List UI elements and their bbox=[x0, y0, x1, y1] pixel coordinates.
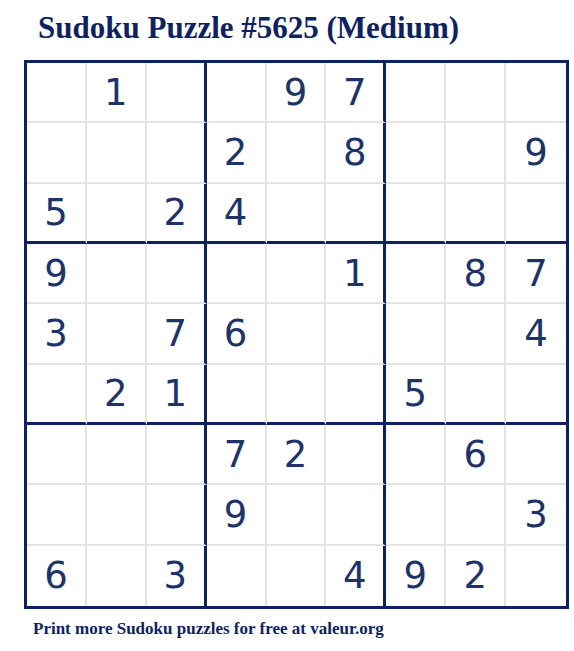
cell-r9c8: 2 bbox=[446, 546, 506, 606]
cell-r2c9: 9 bbox=[506, 123, 566, 183]
cell-r7c8: 6 bbox=[446, 425, 506, 485]
cell-r8c4: 9 bbox=[207, 485, 267, 545]
cell-r1c4 bbox=[207, 63, 267, 123]
cell-r7c7 bbox=[386, 425, 446, 485]
cell-r6c3: 1 bbox=[147, 365, 207, 425]
cell-r4c3 bbox=[147, 244, 207, 304]
cell-r8c7 bbox=[386, 485, 446, 545]
cell-r3c7 bbox=[386, 184, 446, 244]
cell-r7c6 bbox=[326, 425, 386, 485]
cell-r1c7 bbox=[386, 63, 446, 123]
cell-r4c4 bbox=[207, 244, 267, 304]
cell-r5c6 bbox=[326, 304, 386, 364]
cell-r4c7 bbox=[386, 244, 446, 304]
cell-r4c5 bbox=[267, 244, 327, 304]
cell-r6c9 bbox=[506, 365, 566, 425]
cell-r1c6: 7 bbox=[326, 63, 386, 123]
cell-r8c3 bbox=[147, 485, 207, 545]
page-title: Sudoku Puzzle #5625 (Medium) bbox=[38, 10, 459, 46]
cell-r7c4: 7 bbox=[207, 425, 267, 485]
cell-r9c6: 4 bbox=[326, 546, 386, 606]
cell-r9c2 bbox=[87, 546, 147, 606]
cell-r4c8: 8 bbox=[446, 244, 506, 304]
cell-r9c3: 3 bbox=[147, 546, 207, 606]
cell-r6c5 bbox=[267, 365, 327, 425]
cell-r1c8 bbox=[446, 63, 506, 123]
cell-r5c3: 7 bbox=[147, 304, 207, 364]
footer-credit: Print more Sudoku puzzles for free at va… bbox=[33, 619, 384, 639]
cell-r9c5 bbox=[267, 546, 327, 606]
cell-r4c2 bbox=[87, 244, 147, 304]
cell-r6c4 bbox=[207, 365, 267, 425]
cell-r2c3 bbox=[147, 123, 207, 183]
cell-r3c3: 2 bbox=[147, 184, 207, 244]
cell-r3c6 bbox=[326, 184, 386, 244]
cell-r2c8 bbox=[446, 123, 506, 183]
sudoku-board: 197289524918737642157269363492 bbox=[24, 60, 569, 609]
cell-r7c5: 2 bbox=[267, 425, 327, 485]
cell-r8c5 bbox=[267, 485, 327, 545]
cell-r3c8 bbox=[446, 184, 506, 244]
cell-r5c9: 4 bbox=[506, 304, 566, 364]
cell-r4c1: 9 bbox=[27, 244, 87, 304]
cell-r8c1 bbox=[27, 485, 87, 545]
cell-r3c2 bbox=[87, 184, 147, 244]
cell-r9c7: 9 bbox=[386, 546, 446, 606]
cell-r7c1 bbox=[27, 425, 87, 485]
cell-r4c6: 1 bbox=[326, 244, 386, 304]
cell-r7c3 bbox=[147, 425, 207, 485]
cell-r5c4: 6 bbox=[207, 304, 267, 364]
cell-r6c1 bbox=[27, 365, 87, 425]
cell-r3c5 bbox=[267, 184, 327, 244]
cell-r5c2 bbox=[87, 304, 147, 364]
cell-r2c6: 8 bbox=[326, 123, 386, 183]
cell-r2c2 bbox=[87, 123, 147, 183]
cell-r9c4 bbox=[207, 546, 267, 606]
cell-r6c2: 2 bbox=[87, 365, 147, 425]
cell-r8c9: 3 bbox=[506, 485, 566, 545]
cell-r7c2 bbox=[87, 425, 147, 485]
cell-r6c6 bbox=[326, 365, 386, 425]
cell-r8c2 bbox=[87, 485, 147, 545]
cell-r6c8 bbox=[446, 365, 506, 425]
cell-r4c9: 7 bbox=[506, 244, 566, 304]
cell-r3c4: 4 bbox=[207, 184, 267, 244]
cell-r9c1: 6 bbox=[27, 546, 87, 606]
cell-r8c8 bbox=[446, 485, 506, 545]
cell-r3c9 bbox=[506, 184, 566, 244]
cell-r1c2: 1 bbox=[87, 63, 147, 123]
cell-r5c1: 3 bbox=[27, 304, 87, 364]
cell-r1c5: 9 bbox=[267, 63, 327, 123]
cell-r1c1 bbox=[27, 63, 87, 123]
cell-r5c5 bbox=[267, 304, 327, 364]
cell-r7c9 bbox=[506, 425, 566, 485]
cell-r1c3 bbox=[147, 63, 207, 123]
cell-r3c1: 5 bbox=[27, 184, 87, 244]
cell-r5c8 bbox=[446, 304, 506, 364]
cell-r2c5 bbox=[267, 123, 327, 183]
cell-r8c6 bbox=[326, 485, 386, 545]
cell-r9c9 bbox=[506, 546, 566, 606]
cell-r5c7 bbox=[386, 304, 446, 364]
cell-r1c9 bbox=[506, 63, 566, 123]
cell-r6c7: 5 bbox=[386, 365, 446, 425]
cell-r2c1 bbox=[27, 123, 87, 183]
cell-r2c4: 2 bbox=[207, 123, 267, 183]
cell-r2c7 bbox=[386, 123, 446, 183]
